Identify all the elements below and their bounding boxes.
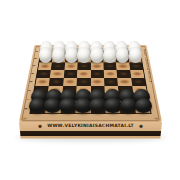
- piece-white-egg-e7[interactable]: [90, 47, 104, 63]
- piece-white-egg-d7[interactable]: [77, 47, 91, 63]
- piece-white-egg-h7[interactable]: [129, 47, 143, 63]
- piece-white-egg-c7[interactable]: [65, 47, 79, 63]
- pieces-layer: [0, 0, 180, 180]
- piece-white-egg-a7[interactable]: [39, 47, 53, 63]
- piece-white-egg-b7[interactable]: [52, 47, 66, 63]
- product-photo-stage: WWW.VELYKINIAISACHMATAI.LT ♚ WWW.VELYKIN…: [0, 0, 180, 180]
- piece-white-egg-f7[interactable]: [103, 47, 117, 63]
- piece-black-egg-h1[interactable]: [135, 98, 152, 113]
- piece-white-egg-g7[interactable]: [116, 47, 130, 63]
